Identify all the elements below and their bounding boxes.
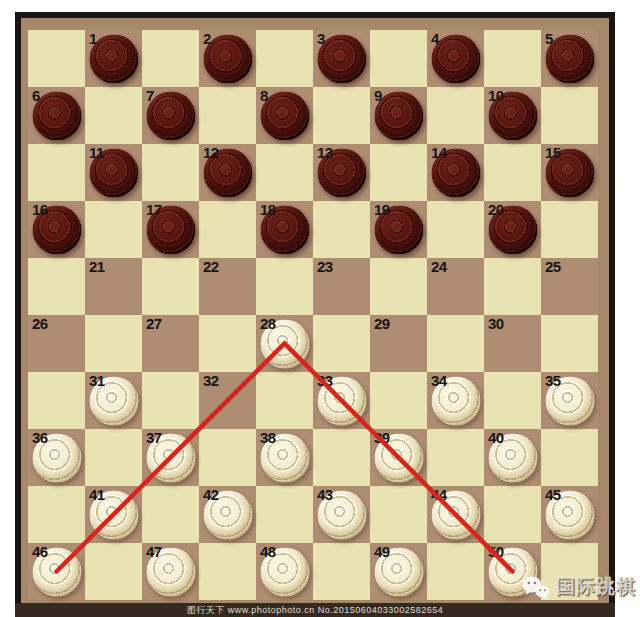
square-45[interactable]: 45 (541, 486, 598, 543)
light-square (370, 144, 427, 201)
square-37[interactable]: 37 (142, 429, 199, 486)
square-number-27: 27 (146, 315, 162, 333)
channel-badge-label: 国际跳棋 (556, 574, 636, 600)
light-square (28, 30, 85, 87)
square-number-33: 33 (317, 372, 333, 390)
square-number-41: 41 (89, 486, 105, 504)
square-32[interactable]: 32 (199, 372, 256, 429)
square-25[interactable]: 25 (541, 258, 598, 315)
light-square (256, 30, 313, 87)
light-square (370, 486, 427, 543)
square-1[interactable]: 1 (85, 30, 142, 87)
square-number-45: 45 (545, 486, 561, 504)
square-28[interactable]: 28 (256, 315, 313, 372)
light-square (142, 258, 199, 315)
square-47[interactable]: 47 (142, 543, 199, 600)
square-number-29: 29 (374, 315, 390, 333)
square-35[interactable]: 35 (541, 372, 598, 429)
square-number-9: 9 (374, 87, 382, 105)
light-square (427, 429, 484, 486)
light-square (484, 258, 541, 315)
square-number-6: 6 (32, 87, 40, 105)
square-36[interactable]: 36 (28, 429, 85, 486)
square-number-32: 32 (203, 372, 219, 390)
square-31[interactable]: 31 (85, 372, 142, 429)
square-39[interactable]: 39 (370, 429, 427, 486)
light-square (256, 486, 313, 543)
light-square (370, 30, 427, 87)
square-20[interactable]: 20 (484, 201, 541, 258)
square-42[interactable]: 42 (199, 486, 256, 543)
light-square (85, 315, 142, 372)
square-number-50: 50 (488, 543, 504, 561)
light-square (256, 144, 313, 201)
light-square (313, 201, 370, 258)
light-square (199, 315, 256, 372)
square-number-31: 31 (89, 372, 105, 390)
light-square (313, 87, 370, 144)
square-number-20: 20 (488, 201, 504, 219)
square-number-7: 7 (146, 87, 154, 105)
square-12[interactable]: 12 (199, 144, 256, 201)
square-18[interactable]: 18 (256, 201, 313, 258)
light-square (541, 87, 598, 144)
square-4[interactable]: 4 (427, 30, 484, 87)
square-30[interactable]: 30 (484, 315, 541, 372)
light-square (541, 315, 598, 372)
light-square (28, 372, 85, 429)
square-26[interactable]: 26 (28, 315, 85, 372)
square-number-18: 18 (260, 201, 276, 219)
light-square (427, 315, 484, 372)
square-number-46: 46 (32, 543, 48, 561)
light-square (427, 201, 484, 258)
light-square (28, 258, 85, 315)
square-number-21: 21 (89, 258, 105, 276)
square-number-48: 48 (260, 543, 276, 561)
square-number-25: 25 (545, 258, 561, 276)
light-square (427, 87, 484, 144)
square-43[interactable]: 43 (313, 486, 370, 543)
channel-badge: 国际跳棋 (521, 574, 636, 600)
light-square (85, 429, 142, 486)
light-square (28, 144, 85, 201)
square-41[interactable]: 41 (85, 486, 142, 543)
square-number-3: 3 (317, 30, 325, 48)
square-number-4: 4 (431, 30, 439, 48)
square-8[interactable]: 8 (256, 87, 313, 144)
square-number-22: 22 (203, 258, 219, 276)
light-square (541, 429, 598, 486)
square-number-26: 26 (32, 315, 48, 333)
light-square (85, 201, 142, 258)
board-photo: 1234567891011121314151617181920212223242… (0, 0, 640, 617)
square-21[interactable]: 21 (85, 258, 142, 315)
square-number-13: 13 (317, 144, 333, 162)
square-number-40: 40 (488, 429, 504, 447)
square-7[interactable]: 7 (142, 87, 199, 144)
light-square (427, 543, 484, 600)
light-square (484, 486, 541, 543)
square-number-35: 35 (545, 372, 561, 390)
square-10[interactable]: 10 (484, 87, 541, 144)
square-11[interactable]: 11 (85, 144, 142, 201)
square-number-36: 36 (32, 429, 48, 447)
light-square (142, 30, 199, 87)
square-number-37: 37 (146, 429, 162, 447)
square-49[interactable]: 49 (370, 543, 427, 600)
square-number-8: 8 (260, 87, 268, 105)
light-square (541, 201, 598, 258)
square-number-49: 49 (374, 543, 390, 561)
square-17[interactable]: 17 (142, 201, 199, 258)
light-square (256, 372, 313, 429)
square-number-2: 2 (203, 30, 211, 48)
square-24[interactable]: 24 (427, 258, 484, 315)
square-number-28: 28 (260, 315, 276, 333)
square-number-19: 19 (374, 201, 390, 219)
square-46[interactable]: 46 (28, 543, 85, 600)
square-44[interactable]: 44 (427, 486, 484, 543)
light-square (85, 87, 142, 144)
square-3[interactable]: 3 (313, 30, 370, 87)
square-number-38: 38 (260, 429, 276, 447)
light-square (199, 87, 256, 144)
square-2[interactable]: 2 (199, 30, 256, 87)
square-number-14: 14 (431, 144, 447, 162)
square-number-17: 17 (146, 201, 162, 219)
watermark-text: 图行天下 www.photophoto.cn No.20150604033002… (187, 605, 444, 615)
light-square (142, 372, 199, 429)
light-square (313, 315, 370, 372)
draughts-board: 1234567891011121314151617181920212223242… (15, 12, 615, 617)
light-square (142, 486, 199, 543)
light-square (256, 258, 313, 315)
light-square (370, 258, 427, 315)
square-23[interactable]: 23 (313, 258, 370, 315)
wechat-icon (521, 575, 551, 600)
square-number-24: 24 (431, 258, 447, 276)
square-14[interactable]: 14 (427, 144, 484, 201)
square-number-1: 1 (89, 30, 97, 48)
square-number-44: 44 (431, 486, 447, 504)
square-number-16: 16 (32, 201, 48, 219)
square-number-12: 12 (203, 144, 219, 162)
square-34[interactable]: 34 (427, 372, 484, 429)
light-square (484, 144, 541, 201)
square-9[interactable]: 9 (370, 87, 427, 144)
light-square (199, 201, 256, 258)
square-number-30: 30 (488, 315, 504, 333)
light-square (142, 144, 199, 201)
light-square (85, 543, 142, 600)
board-grid: 1234567891011121314151617181920212223242… (28, 30, 598, 600)
square-number-11: 11 (89, 144, 104, 162)
square-38[interactable]: 38 (256, 429, 313, 486)
square-number-43: 43 (317, 486, 333, 504)
light-square (313, 543, 370, 600)
square-number-5: 5 (545, 30, 553, 48)
square-number-34: 34 (431, 372, 447, 390)
light-square (199, 429, 256, 486)
square-13[interactable]: 13 (313, 144, 370, 201)
light-square (313, 429, 370, 486)
square-number-47: 47 (146, 543, 162, 561)
square-6[interactable]: 6 (28, 87, 85, 144)
square-number-23: 23 (317, 258, 333, 276)
square-40[interactable]: 40 (484, 429, 541, 486)
square-29[interactable]: 29 (370, 315, 427, 372)
square-number-42: 42 (203, 486, 219, 504)
square-22[interactable]: 22 (199, 258, 256, 315)
square-number-15: 15 (545, 144, 561, 162)
light-square (199, 543, 256, 600)
light-square (370, 372, 427, 429)
square-16[interactable]: 16 (28, 201, 85, 258)
watermark-bar: 图行天下 www.photophoto.cn No.20150604033002… (15, 603, 615, 617)
square-27[interactable]: 27 (142, 315, 199, 372)
square-number-39: 39 (374, 429, 390, 447)
light-square (484, 30, 541, 87)
square-number-10: 10 (488, 87, 504, 105)
square-19[interactable]: 19 (370, 201, 427, 258)
square-15[interactable]: 15 (541, 144, 598, 201)
square-48[interactable]: 48 (256, 543, 313, 600)
light-square (484, 372, 541, 429)
light-square (28, 486, 85, 543)
square-33[interactable]: 33 (313, 372, 370, 429)
square-5[interactable]: 5 (541, 30, 598, 87)
